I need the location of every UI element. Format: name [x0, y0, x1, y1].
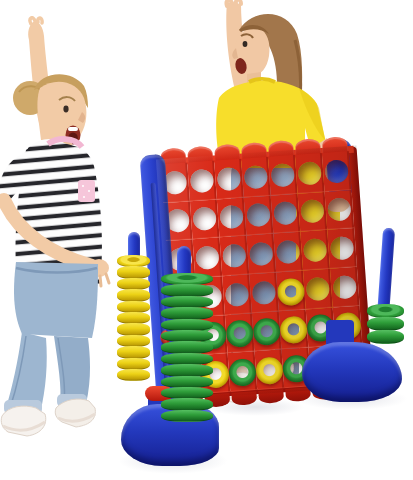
board-cell-r3c5[interactable]	[273, 232, 303, 272]
board-cell-r5c3[interactable]	[225, 313, 255, 353]
board-cell-r1c5[interactable]	[268, 155, 298, 195]
green-ring[interactable]	[161, 284, 213, 296]
board-hole	[246, 203, 271, 228]
green-ring[interactable]	[367, 317, 404, 331]
board-cell-r6c3[interactable]	[228, 351, 258, 391]
board-hole	[219, 205, 244, 230]
yellow-disc[interactable]	[279, 316, 308, 345]
board-cell-r2c4[interactable]	[244, 195, 274, 235]
board-cell-r1c4[interactable]	[241, 157, 271, 197]
board-hole	[192, 207, 217, 232]
green-ring-stack-small[interactable]	[367, 305, 404, 344]
board-hole	[252, 280, 277, 305]
board-cell-r2c2[interactable]	[190, 199, 220, 239]
photo-scene	[0, 0, 413, 480]
base-foot-right	[302, 342, 402, 402]
board-cell-r4c5[interactable]	[276, 271, 306, 311]
eye	[243, 41, 248, 47]
board-cell-r5c5[interactable]	[279, 309, 309, 349]
green-ring[interactable]	[161, 341, 213, 353]
green-ring[interactable]	[367, 330, 404, 344]
board-cell-r1c2[interactable]	[187, 161, 217, 201]
board-hole	[222, 244, 247, 269]
person-left-woman-striped	[0, 16, 126, 468]
green-disc[interactable]	[228, 358, 257, 387]
green-ring[interactable]	[161, 398, 213, 410]
green-disc[interactable]	[252, 318, 281, 347]
board-hole	[330, 236, 355, 261]
yellow-disc[interactable]	[277, 277, 306, 306]
board-cell-r3c6[interactable]	[300, 230, 330, 270]
board-cell-r3c2[interactable]	[193, 238, 223, 278]
green-disc[interactable]	[225, 320, 254, 349]
board-cell-r5c4[interactable]	[252, 311, 282, 351]
board-cell-r4c6[interactable]	[303, 269, 333, 309]
board-hole	[327, 198, 352, 223]
pink-pocket	[78, 180, 95, 202]
board-hole	[297, 161, 322, 186]
green-ring[interactable]	[161, 364, 213, 376]
board-cell-r2c5[interactable]	[271, 193, 301, 233]
board-cell-r3c4[interactable]	[246, 234, 276, 274]
board-cell-r4c3[interactable]	[222, 274, 252, 314]
sneaker	[55, 399, 95, 427]
board-hole	[306, 277, 331, 302]
board-hole	[225, 282, 250, 307]
board-hole	[271, 163, 296, 188]
board-hole	[249, 242, 274, 267]
board-cell-r6c4[interactable]	[255, 350, 285, 390]
board-cell-r1c3[interactable]	[214, 159, 244, 199]
board-cell-r1c6[interactable]	[295, 153, 325, 193]
board-cell-r4c4[interactable]	[249, 272, 279, 312]
board-cell-r4c7[interactable]	[330, 267, 360, 307]
board-cell-r3c7[interactable]	[327, 228, 357, 268]
board-hole	[332, 275, 357, 300]
board-hole	[303, 238, 328, 263]
green-ring[interactable]	[367, 304, 404, 318]
green-ring-stack[interactable]	[161, 274, 213, 422]
board-hole	[276, 240, 301, 265]
board-hole	[190, 168, 215, 193]
green-ring[interactable]	[161, 307, 213, 319]
board-cell-r2c3[interactable]	[217, 197, 247, 237]
board-hole	[195, 246, 220, 271]
board-cell-r2c7[interactable]	[325, 190, 355, 230]
board-hole	[324, 159, 349, 184]
board-hole	[273, 201, 298, 226]
board-cell-r1c7[interactable]	[322, 151, 352, 191]
board-cell-r2c6[interactable]	[298, 192, 328, 232]
board-hole	[217, 167, 242, 192]
board-hole	[300, 199, 325, 224]
eye	[63, 106, 68, 113]
board-cell-r3c3[interactable]	[220, 236, 250, 276]
green-ring[interactable]	[161, 410, 213, 422]
board-hole	[244, 165, 269, 190]
yellow-disc[interactable]	[255, 356, 284, 385]
